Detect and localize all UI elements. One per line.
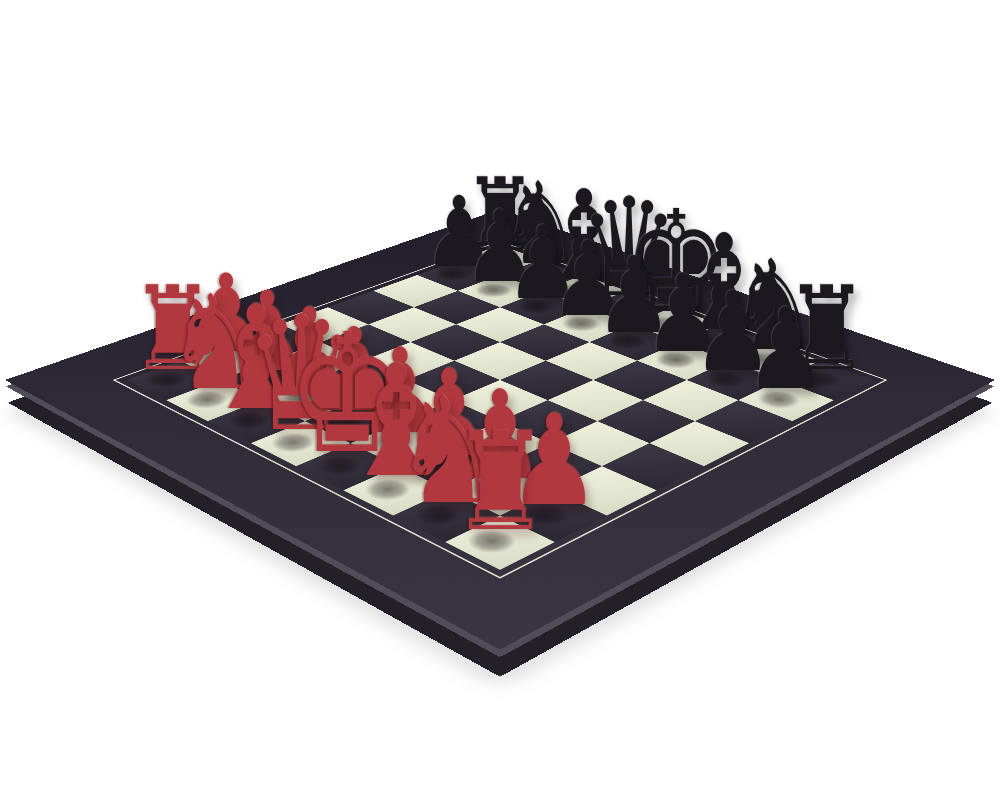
piece-black-pawn-h7[interactable]: ♟ — [745, 298, 828, 405]
chess-scene: ♜♞♝♛♚♝♞♜♟♟♟♟♟♟♟♟♟♟♟♟♟♟♟♟♜♞♝♛♚♝♞♜ — [0, 0, 1000, 800]
piece-red-rook-h1[interactable]: ♜ — [450, 418, 550, 547]
